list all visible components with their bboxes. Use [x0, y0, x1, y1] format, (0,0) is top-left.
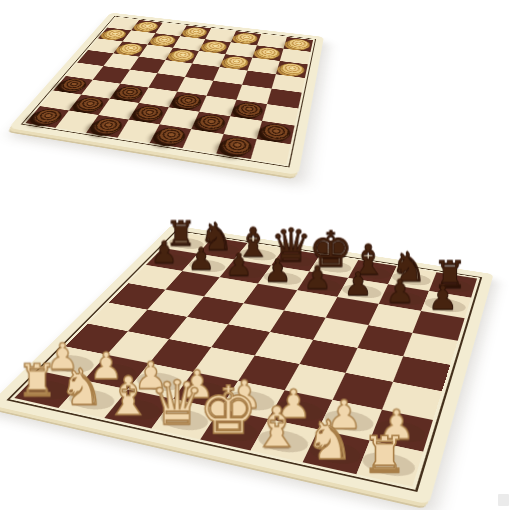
chess-piece-white-bishop: ♝	[102, 369, 154, 422]
chess-board: ♜♞♝♛♚♝♞♜♟♟♟♟♟♟♟♟♟♟♟♟♟♟♟♟♜♞♝♛♚♝♞♜	[0, 225, 494, 504]
chess-piece-white-bishop: ♝	[249, 399, 304, 455]
chess-piece-white-queen: ♛	[150, 372, 203, 433]
chess-piece-black-pawn: ♟	[296, 262, 338, 294]
chess-piece-black-pawn: ♟	[144, 237, 184, 267]
watermark-corner-artifact	[498, 494, 509, 506]
chess-piece-black-pawn: ♟	[421, 281, 465, 314]
chess-piece-black-pawn: ♟	[181, 243, 221, 273]
chess-piece-black-pawn: ♟	[378, 274, 421, 306]
chess-piece-white-knight: ♞	[302, 413, 358, 468]
chess-board-frame-line: ♜♞♝♛♚♝♞♜♟♟♟♟♟♟♟♟♟♟♟♟♟♟♟♟♜♞♝♛♚♝♞♜	[6, 230, 482, 492]
chess-piece-white-knight: ♞	[56, 362, 107, 412]
chess-piece-white-king: ♚	[199, 378, 253, 444]
chess-piece-black-pawn: ♟	[257, 255, 298, 286]
chess-board-scene: ♜♞♝♛♚♝♞♜♟♟♟♟♟♟♟♟♟♟♟♟♟♟♟♟♜♞♝♛♚♝♞♜	[70, 132, 470, 510]
chess-piece-white-rook: ♜	[356, 429, 413, 479]
chess-piece-white-rook: ♜	[12, 357, 63, 402]
chess-piece-black-pawn: ♟	[337, 268, 379, 300]
chess-grid: ♜♞♝♛♚♝♞♜♟♟♟♟♟♟♟♟♟♟♟♟♟♟♟♟♜♞♝♛♚♝♞♜	[14, 232, 477, 486]
product-photo: ♜♞♝♛♚♝♞♜♟♟♟♟♟♟♟♟♟♟♟♟♟♟♟♟♜♞♝♛♚♝♞♜	[0, 0, 510, 510]
chess-piece-black-pawn: ♟	[219, 249, 260, 280]
